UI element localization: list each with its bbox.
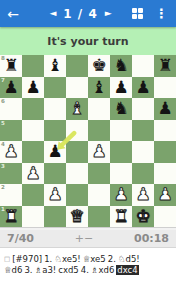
square-e1[interactable]	[88, 206, 110, 228]
square-c8[interactable]: ♝	[44, 55, 66, 77]
current-move[interactable]: dxc4	[116, 265, 138, 275]
square-d4[interactable]	[66, 141, 88, 163]
rank-label: 6	[1, 98, 5, 104]
move-token[interactable]: ♗a3!	[35, 265, 57, 275]
square-b7[interactable]: ♟	[22, 77, 44, 99]
chess-board-container: 8♜♝♚♞♜7♟♟♝♟♟6♝♞♟54♟♟♟3♟2♟♟♟♟1♜♛♜♚	[0, 55, 176, 227]
move-token[interactable]: 3.	[24, 265, 32, 275]
square-d6[interactable]: ♝	[66, 98, 88, 120]
black-pawn[interactable]: ♟	[47, 143, 62, 160]
square-d2[interactable]	[66, 184, 88, 206]
move-token[interactable]: ♘xe5!	[54, 254, 80, 264]
back-icon[interactable]: ←	[0, 6, 26, 22]
square-a5[interactable]: 5	[0, 120, 22, 142]
square-c2[interactable]: ♟	[44, 184, 66, 206]
move-token[interactable]: ♕xe5	[83, 254, 106, 264]
square-h4[interactable]	[154, 141, 176, 163]
square-a3[interactable]: 3	[0, 163, 22, 185]
square-e5[interactable]	[88, 120, 110, 142]
move-token[interactable]: cxd5	[58, 265, 79, 275]
square-h1[interactable]	[154, 206, 176, 228]
square-h8[interactable]: ♜	[154, 55, 176, 77]
square-e2[interactable]	[88, 184, 110, 206]
score-counter: 7/40	[7, 232, 34, 245]
move-token[interactable]: 2.	[108, 254, 116, 264]
white-pawn[interactable]: ♟	[3, 143, 18, 160]
move-token[interactable]: ♗xd6	[91, 265, 114, 275]
square-g2[interactable]: ♟	[132, 184, 154, 206]
square-g1[interactable]: ♚	[132, 206, 154, 228]
move-token[interactable]: ♕d6	[4, 265, 22, 275]
square-b4[interactable]	[22, 141, 44, 163]
turn-banner: It's your turn	[0, 27, 176, 55]
square-f2[interactable]: ♟	[110, 184, 132, 206]
chess-board[interactable]: 8♜♝♚♞♜7♟♟♝♟♟6♝♞♟54♟♟♟3♟2♟♟♟♟1♜♛♜♚	[0, 55, 176, 227]
black-pawn[interactable]: ♟	[113, 79, 128, 96]
status-bar: 7/40 +− 00:18	[0, 230, 176, 248]
square-b1[interactable]	[22, 206, 44, 228]
square-f4[interactable]	[110, 141, 132, 163]
square-h5[interactable]	[154, 120, 176, 142]
square-a8[interactable]: 8♜	[0, 55, 22, 77]
black-knight[interactable]: ♞	[113, 57, 128, 74]
square-c7[interactable]	[44, 77, 66, 99]
black-rook[interactable]: ♜	[157, 57, 172, 74]
square-f3[interactable]	[110, 163, 132, 185]
square-c6[interactable]	[44, 98, 66, 120]
square-c4[interactable]: ♟	[44, 141, 66, 163]
puzzle-id: [#970]	[12, 254, 42, 264]
square-d1[interactable]: ♛	[66, 206, 88, 228]
square-a6[interactable]: 6	[0, 98, 22, 120]
square-d7[interactable]	[66, 77, 88, 99]
square-e8[interactable]: ♚	[88, 55, 110, 77]
square-b3[interactable]: ♟	[22, 163, 44, 185]
black-pawn[interactable]: ♟	[157, 100, 172, 117]
square-g3[interactable]	[132, 163, 154, 185]
puzzle-counter: 1 / 4	[63, 7, 97, 21]
square-e3[interactable]	[88, 163, 110, 185]
square-e6[interactable]	[88, 98, 110, 120]
square-f7[interactable]: ♟	[110, 77, 132, 99]
square-h3[interactable]	[154, 163, 176, 185]
square-h6[interactable]: ♟	[154, 98, 176, 120]
puzzle-navigation: ◄ 1 / 4 ►	[49, 0, 111, 27]
evaluation-indicator[interactable]: +−	[34, 232, 134, 245]
rank-label: 5	[1, 120, 5, 126]
black-pawn[interactable]: ♟	[3, 79, 18, 96]
white-queen[interactable]: ♛	[69, 208, 84, 225]
square-d8[interactable]	[66, 55, 88, 77]
previous-puzzle-icon[interactable]: ◄	[49, 9, 56, 18]
white-pawn[interactable]: ♟	[135, 186, 150, 203]
square-c1[interactable]	[44, 206, 66, 228]
topbar-actions: ⋮	[132, 6, 176, 21]
black-knight[interactable]: ♞	[113, 100, 128, 117]
square-g4[interactable]	[132, 141, 154, 163]
square-b5[interactable]	[22, 120, 44, 142]
square-e7[interactable]: ♝	[88, 77, 110, 99]
overflow-menu-icon[interactable]: ⋮	[153, 6, 170, 21]
black-rook[interactable]: ♜	[3, 57, 18, 74]
white-pawn[interactable]: ♟	[113, 186, 128, 203]
move-notation[interactable]: □[#970]1.♘xe5!♕xe52.♘d5!♕d63.♗a3!cxd54.♗…	[0, 248, 176, 300]
square-f6[interactable]: ♞	[110, 98, 132, 120]
black-pawn[interactable]: ♟	[135, 79, 150, 96]
square-g6[interactable]	[132, 98, 154, 120]
square-a1[interactable]: 1♜	[0, 206, 22, 228]
black-bishop[interactable]: ♝	[91, 79, 106, 96]
square-d3[interactable]	[66, 163, 88, 185]
white-pawn[interactable]: ♟	[25, 165, 40, 182]
timer: 00:18	[134, 232, 169, 245]
top-app-bar: ← ◄ 1 / 4 ► ⋮	[0, 0, 176, 27]
move-token[interactable]: 4.	[81, 265, 89, 275]
square-c3[interactable]	[44, 163, 66, 185]
square-c5[interactable]	[44, 120, 66, 142]
black-bishop[interactable]: ♝	[47, 57, 62, 74]
move-token[interactable]: 1.	[44, 254, 52, 264]
white-rook[interactable]: ♜	[113, 208, 128, 225]
square-f5[interactable]	[110, 120, 132, 142]
square-a4[interactable]: 4♟	[0, 141, 22, 163]
square-g8[interactable]	[132, 55, 154, 77]
square-f1[interactable]: ♜	[110, 206, 132, 228]
square-a7[interactable]: 7♟	[0, 77, 22, 99]
square-e4[interactable]: ♟	[88, 141, 110, 163]
white-pawn[interactable]: ♟	[91, 143, 106, 160]
turn-banner-text: It's your turn	[47, 35, 128, 48]
square-g5[interactable]	[132, 120, 154, 142]
next-puzzle-icon[interactable]: ►	[105, 9, 112, 18]
square-d5[interactable]	[66, 120, 88, 142]
white-pawn[interactable]: ♟	[47, 186, 62, 203]
square-h7[interactable]	[154, 77, 176, 99]
move-token[interactable]: ♘d5!	[118, 254, 140, 264]
square-b6[interactable]	[22, 98, 44, 120]
square-b2[interactable]	[22, 184, 44, 206]
rank-label: 3	[1, 163, 5, 169]
black-king[interactable]: ♚	[91, 57, 106, 74]
white-pawn[interactable]: ♟	[157, 186, 172, 203]
rank-label: 2	[1, 184, 5, 190]
square-a2[interactable]: 2	[0, 184, 22, 206]
square-g7[interactable]: ♟	[132, 77, 154, 99]
square-b8[interactable]	[22, 55, 44, 77]
black-pawn[interactable]: ♟	[25, 79, 40, 96]
square-h2[interactable]: ♟	[154, 184, 176, 206]
white-king[interactable]: ♚	[135, 208, 150, 225]
puzzle-grid-icon[interactable]	[132, 8, 143, 19]
white-to-move-bullet: □	[4, 255, 10, 263]
white-rook[interactable]: ♜	[3, 208, 18, 225]
square-f8[interactable]: ♞	[110, 55, 132, 77]
white-bishop[interactable]: ♝	[69, 100, 84, 117]
